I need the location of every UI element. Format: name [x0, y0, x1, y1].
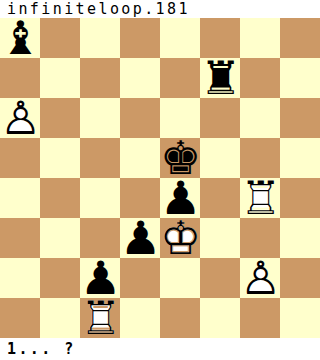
- square-a5[interactable]: [0, 138, 40, 178]
- square-a2[interactable]: [0, 258, 40, 298]
- square-h1[interactable]: [280, 298, 320, 338]
- square-g2[interactable]: ♟♙: [240, 258, 280, 298]
- chess-puzzle-page: infiniteloop.181 ♝♜♟♙♚♟♜♖♟♚♔♟♟♙♜♖ 1... ?: [0, 0, 320, 360]
- square-b6[interactable]: [40, 98, 80, 138]
- square-h2[interactable]: [280, 258, 320, 298]
- piece-black-pawn[interactable]: ♟: [120, 218, 160, 258]
- square-e8[interactable]: [160, 18, 200, 58]
- square-f1[interactable]: [200, 298, 240, 338]
- white-pawn-outline: ♙: [240, 258, 280, 298]
- square-b5[interactable]: [40, 138, 80, 178]
- piece-black-rook[interactable]: ♜: [200, 58, 240, 98]
- square-e1[interactable]: [160, 298, 200, 338]
- white-pawn-outline: ♙: [0, 98, 40, 138]
- square-h5[interactable]: [280, 138, 320, 178]
- square-a4[interactable]: [0, 178, 40, 218]
- square-g4[interactable]: ♜♖: [240, 178, 280, 218]
- square-h3[interactable]: [280, 218, 320, 258]
- square-g7[interactable]: [240, 58, 280, 98]
- piece-white-pawn[interactable]: ♟♙: [0, 98, 40, 138]
- square-c8[interactable]: [80, 18, 120, 58]
- square-a1[interactable]: [0, 298, 40, 338]
- square-h8[interactable]: [280, 18, 320, 58]
- square-f6[interactable]: [200, 98, 240, 138]
- piece-white-rook[interactable]: ♜♖: [80, 298, 120, 338]
- square-b8[interactable]: [40, 18, 80, 58]
- square-g1[interactable]: [240, 298, 280, 338]
- chess-board: ♝♜♟♙♚♟♜♖♟♚♔♟♟♙♜♖: [0, 18, 320, 338]
- square-h7[interactable]: [280, 58, 320, 98]
- square-b2[interactable]: [40, 258, 80, 298]
- square-e7[interactable]: [160, 58, 200, 98]
- square-d7[interactable]: [120, 58, 160, 98]
- square-f4[interactable]: [200, 178, 240, 218]
- square-e3[interactable]: ♚♔: [160, 218, 200, 258]
- move-prompt: 1... ?: [0, 338, 320, 360]
- square-f2[interactable]: [200, 258, 240, 298]
- white-rook-outline: ♖: [80, 298, 120, 338]
- white-king-outline: ♔: [160, 218, 200, 258]
- square-d1[interactable]: [120, 298, 160, 338]
- white-rook-outline: ♖: [240, 178, 280, 218]
- square-d6[interactable]: [120, 98, 160, 138]
- square-h4[interactable]: [280, 178, 320, 218]
- square-a3[interactable]: [0, 218, 40, 258]
- square-d2[interactable]: [120, 258, 160, 298]
- square-c1[interactable]: ♜♖: [80, 298, 120, 338]
- piece-white-rook[interactable]: ♜♖: [240, 178, 280, 218]
- square-b7[interactable]: [40, 58, 80, 98]
- puzzle-title: infiniteloop.181: [0, 0, 320, 18]
- square-f7[interactable]: ♜: [200, 58, 240, 98]
- square-c5[interactable]: [80, 138, 120, 178]
- square-c7[interactable]: [80, 58, 120, 98]
- piece-white-pawn[interactable]: ♟♙: [240, 258, 280, 298]
- square-h6[interactable]: [280, 98, 320, 138]
- square-d3[interactable]: ♟: [120, 218, 160, 258]
- square-c6[interactable]: [80, 98, 120, 138]
- square-f5[interactable]: [200, 138, 240, 178]
- square-c4[interactable]: [80, 178, 120, 218]
- square-b1[interactable]: [40, 298, 80, 338]
- piece-black-bishop[interactable]: ♝: [0, 18, 40, 58]
- square-g8[interactable]: [240, 18, 280, 58]
- piece-white-king[interactable]: ♚♔: [160, 218, 200, 258]
- square-b4[interactable]: [40, 178, 80, 218]
- square-a6[interactable]: ♟♙: [0, 98, 40, 138]
- square-e2[interactable]: [160, 258, 200, 298]
- square-a8[interactable]: ♝: [0, 18, 40, 58]
- square-g6[interactable]: [240, 98, 280, 138]
- square-b3[interactable]: [40, 218, 80, 258]
- square-d5[interactable]: [120, 138, 160, 178]
- square-f3[interactable]: [200, 218, 240, 258]
- square-d8[interactable]: [120, 18, 160, 58]
